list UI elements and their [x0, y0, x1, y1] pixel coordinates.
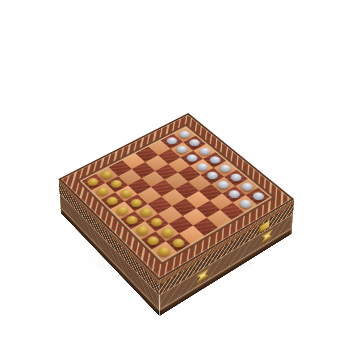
chess-set-photo: ♜♞♟♝♟♛♟♚♟♝♟♞♟♟♜♟♟♜♟♟♞♟♝♟♛♟♚♟♝♟♞♜ — [0, 0, 350, 350]
scene: ♜♞♟♝♟♛♟♚♟♝♟♞♟♟♜♟♟♜♟♟♞♟♝♟♛♟♚♟♝♟♞♜ — [0, 0, 350, 350]
chess-box: ♜♞♟♝♟♛♟♚♟♝♟♞♟♟♜♟♟♜♟♟♞♟♝♟♛♟♚♟♝♟♞♜ — [58, 113, 294, 280]
box-top-board: ♜♞♟♝♟♛♟♚♟♝♟♞♟♟♜♟♟♜♟♟♞♟♝♟♛♟♚♟♝♟♞♜ — [58, 113, 294, 280]
